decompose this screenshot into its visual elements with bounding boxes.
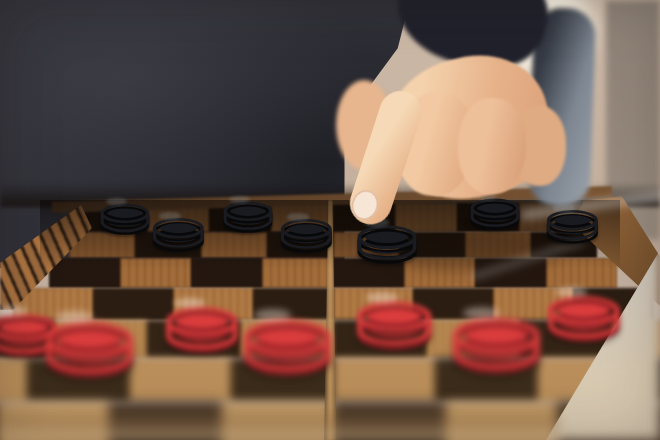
checker-black-a8[interactable]: ⛂ — [98, 192, 136, 230]
checker-black-b7[interactable]: ⛂ — [150, 206, 190, 246]
checker-red-g4[interactable]: ⛂ — [544, 278, 600, 334]
piece-top-gloss — [366, 292, 398, 302]
checker-black-c8[interactable]: ⛂ — [221, 190, 259, 228]
checker-red-c4[interactable]: ⛂ — [162, 289, 218, 345]
piece-top-gloss — [556, 287, 587, 297]
piece-top-gloss — [0, 306, 27, 315]
checkers-photo-scene: ⛂⛂⛂⛂⛂⛂⛂⛂⛂⛂⛂⛂⛂⛂ — [0, 0, 660, 440]
piece-top-gloss — [229, 196, 250, 203]
piece-top-gloss — [106, 198, 127, 205]
checker-red-f3[interactable]: ⛂ — [448, 296, 516, 364]
checker-red-d3[interactable]: ⛂ — [239, 298, 307, 366]
piece-top-gloss — [287, 213, 309, 220]
checker-red-b3[interactable]: ⛂ — [41, 300, 109, 368]
piece-top-gloss — [159, 212, 181, 219]
checker-red-e4[interactable]: ⛂ — [353, 283, 411, 341]
piece-top-gloss — [174, 298, 205, 308]
checker-black-d7[interactable]: ⛂ — [278, 207, 318, 247]
checker-red-a4[interactable]: ⛂ — [0, 298, 39, 350]
